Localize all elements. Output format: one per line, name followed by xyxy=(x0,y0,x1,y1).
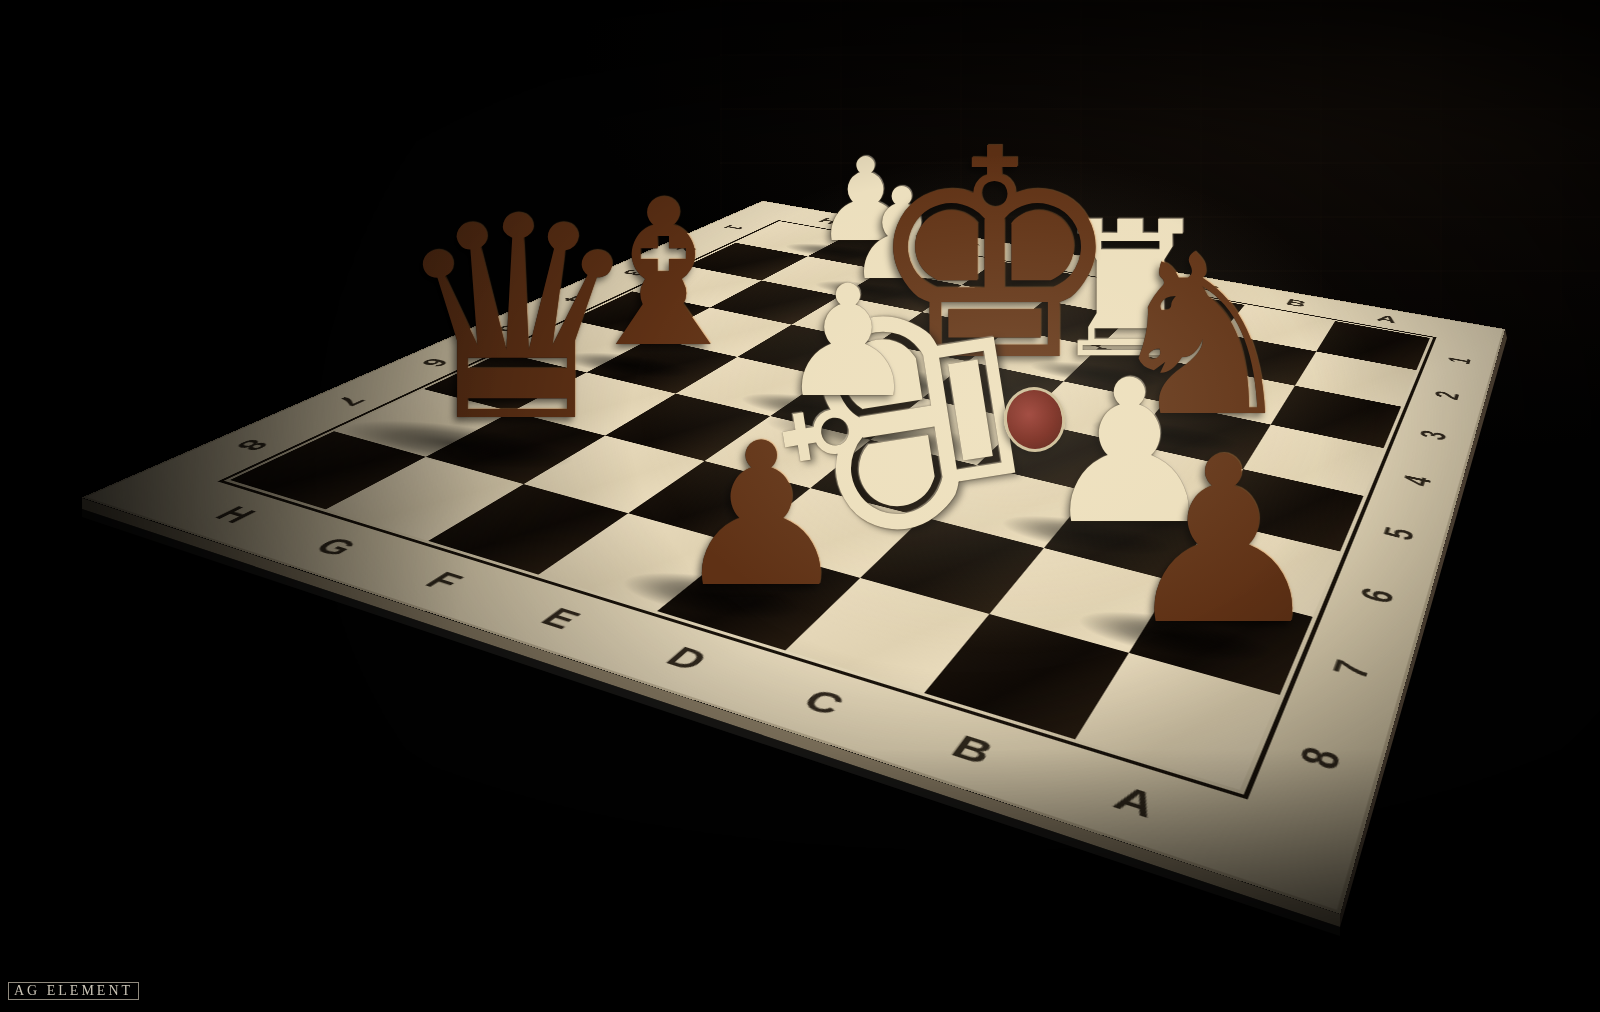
scene: HGFEDCBAHGFEDCBA1234567812345678 ♟♟♜♞♚♚♟… xyxy=(0,0,1600,1012)
piece-white-pawn-e5[interactable]: ♟ xyxy=(771,265,925,419)
watermark: AG ELEMENT xyxy=(8,982,139,1000)
piece-dark-pawn-a7[interactable]: ♟ xyxy=(1108,427,1338,657)
piece-dark-queen-g7[interactable]: ♛ xyxy=(377,180,657,460)
piece-dark-pawn-d8[interactable]: ♟ xyxy=(662,417,860,615)
watermark-text: AG ELEMENT xyxy=(14,983,133,998)
